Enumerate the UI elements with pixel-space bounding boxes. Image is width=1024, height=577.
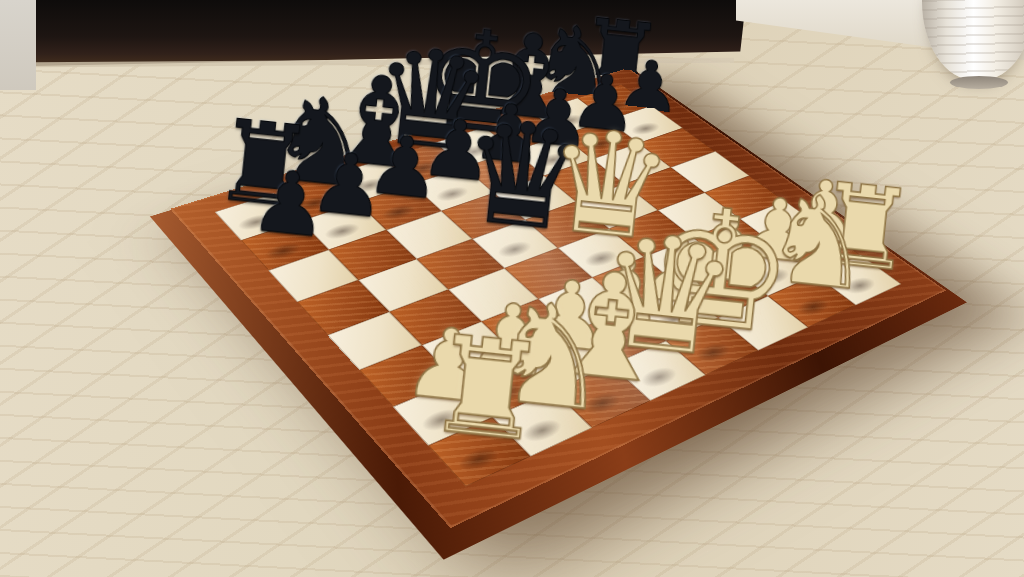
photo-scene: ♜♞♝♛♚♝♞♜♟♟♟♟♟♟♟♟♛♛♟♟♟♟♟♟♟♟♜♞♝♛♚♞♜: [0, 0, 1024, 577]
wall-sliver: [0, 0, 36, 90]
ceramic-vase: [922, 0, 1024, 80]
piece-black-pawn-a7[interactable]: ♟: [203, 64, 384, 254]
piece-white-rook-a1[interactable]: ♜: [384, 239, 595, 461]
ceramic-vase-foot: [950, 76, 1008, 89]
